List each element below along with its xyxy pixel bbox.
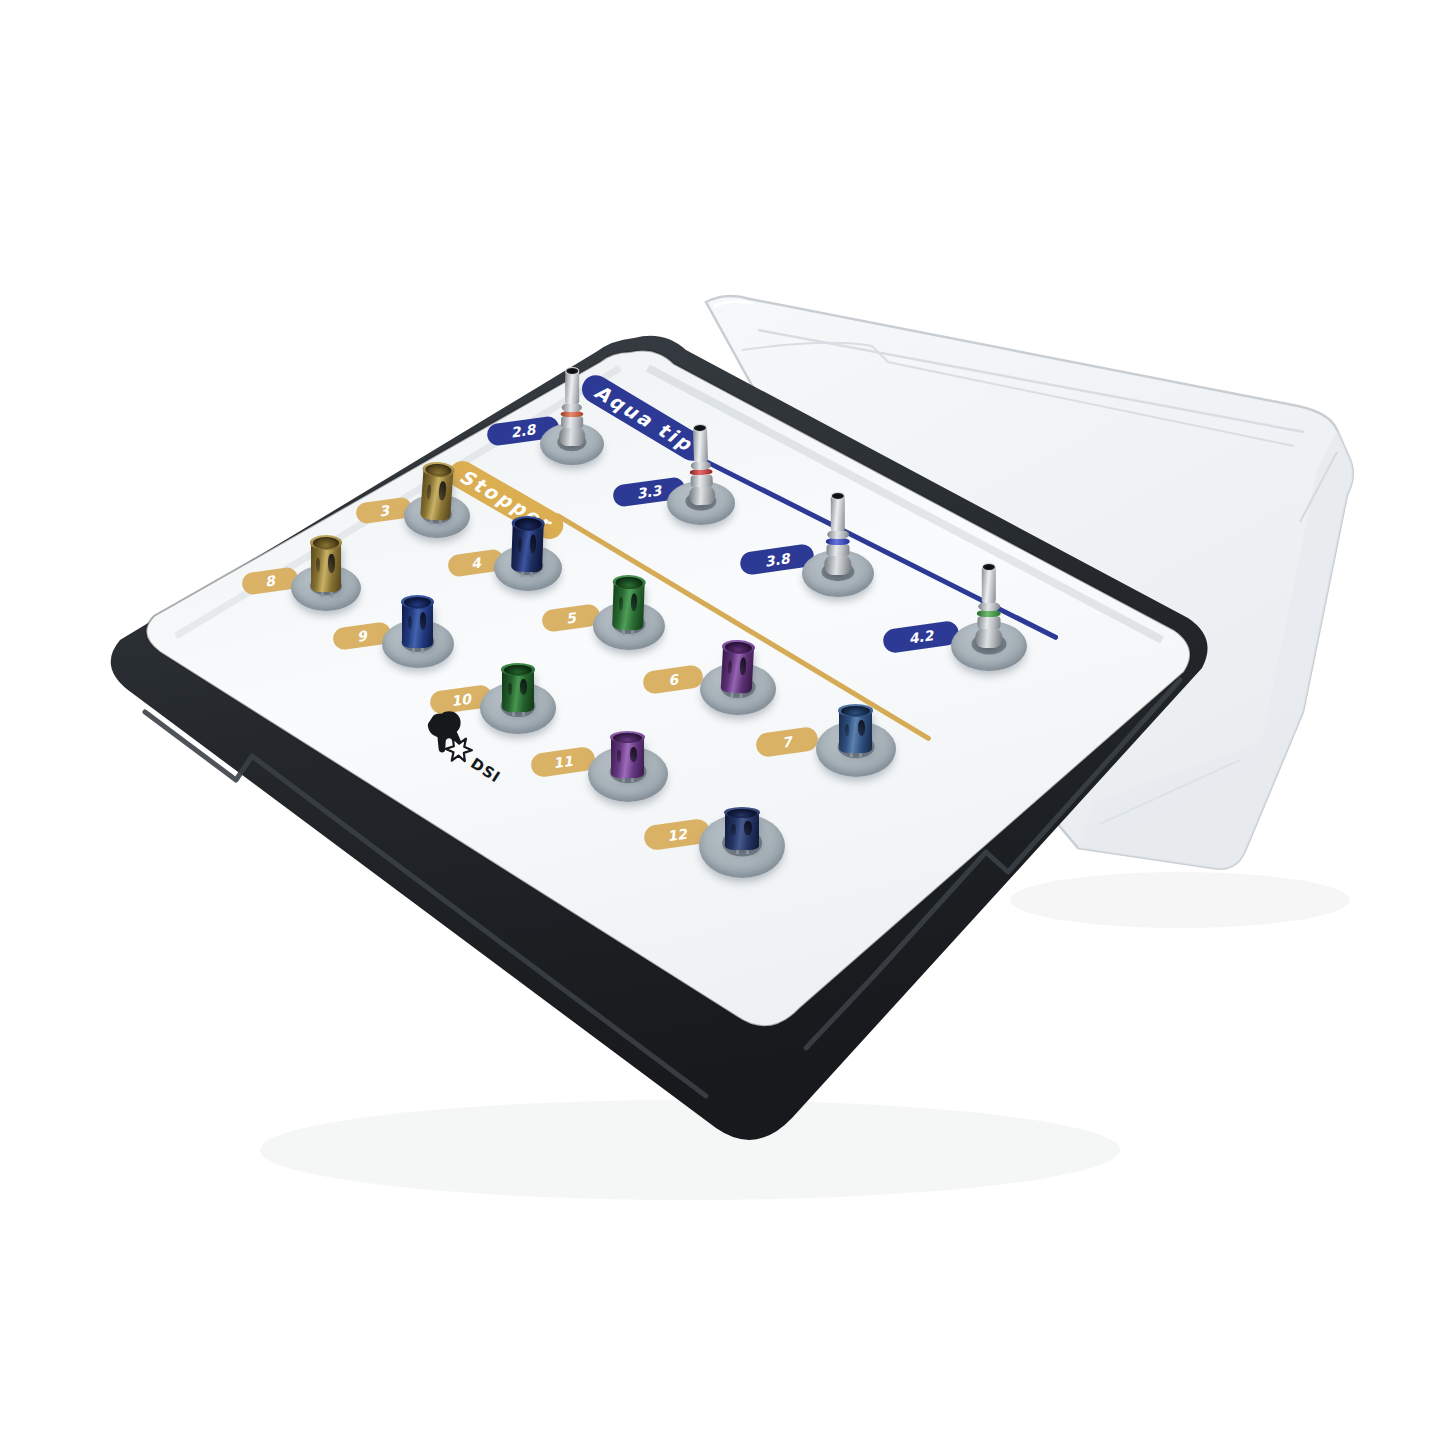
aqua-tip-2.8 [555,368,589,446]
stopper-9 [402,595,433,648]
stopper-8 [311,535,341,592]
lid-ground-shadow [1010,872,1350,928]
stopper-12 [725,807,759,850]
stopper-4 [511,515,544,572]
stopper-3 [420,461,454,521]
aqua-tip-4.2 [971,564,1007,648]
aqua-tip-3.3 [683,424,720,505]
case-scene [0,0,1445,1445]
stopper-11 [611,731,644,778]
stopper-6 [721,639,755,694]
stopper-7 [839,704,872,753]
stopper-5 [612,574,645,630]
dental-kit-product-photo: Aqua tip Stopper 2.8 3.3 3.8 4.2 3 4 5 6… [0,0,1445,1445]
logo-text: DSI [467,754,504,786]
stopper-10 [502,663,534,712]
aqua-tip-3.8 [820,493,856,575]
tray-ground-shadow [260,1100,1120,1200]
